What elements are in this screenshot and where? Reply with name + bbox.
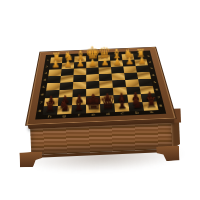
chess-set-photo: hgfedcba hgfedcba 12345678 12345678 ♜♞♝♚… — [0, 0, 200, 200]
amber-pawn-piece: ♟ — [125, 56, 134, 66]
square-d8: ♛ — [100, 103, 115, 112]
dark-knight-piece: ♞ — [130, 96, 144, 111]
square-c2: ♟ — [110, 60, 123, 67]
amber-pawn-piece: ♟ — [88, 58, 97, 68]
amber-pawn-piece: ♟ — [51, 59, 60, 69]
board-squares: ♜♞♝♚♛♝♞♜♟♟♟♟♟♟♟♟♟♟♟♟♟♟♟♟♜♞♝♚♛♝♞♜ — [43, 53, 159, 115]
dark-queen-piece: ♛ — [99, 93, 116, 111]
coord-label: f — [71, 113, 86, 118]
chess-set: hgfedcba hgfedcba 12345678 12345678 ♜♞♝♚… — [0, 0, 200, 200]
amber-pawn-piece: ♟ — [63, 59, 72, 69]
square-b4 — [124, 72, 138, 79]
coord-label: d — [101, 112, 116, 117]
dark-rook-piece: ♜ — [145, 96, 158, 110]
coord-label: g — [57, 114, 72, 119]
coord-label: c — [115, 111, 130, 116]
square-e2: ♟ — [86, 61, 98, 68]
coord-label: h — [42, 114, 57, 119]
dark-knight-piece: ♞ — [57, 99, 71, 114]
dark-bishop-piece: ♝ — [115, 95, 130, 111]
amber-pawn-piece: ♟ — [100, 57, 109, 67]
amber-pawn-piece: ♟ — [112, 57, 121, 67]
square-h8: ♜ — [43, 106, 58, 115]
coordinate-border: hgfedcba hgfedcba 12345678 12345678 ♜♞♝♚… — [35, 50, 166, 119]
amber-pawn-piece: ♟ — [75, 58, 84, 68]
square-g2: ♟ — [62, 62, 75, 69]
coord-label: a — [144, 110, 159, 115]
square-d2: ♟ — [98, 61, 111, 68]
chess-board: hgfedcba hgfedcba 12345678 12345678 ♜♞♝♚… — [26, 47, 175, 125]
dark-rook-piece: ♜ — [43, 101, 56, 115]
coord-label: e — [86, 113, 101, 118]
amber-pawn-piece: ♟ — [137, 56, 146, 66]
square-b5 — [125, 79, 139, 87]
wood-frame: hgfedcba hgfedcba 12345678 12345678 ♜♞♝♚… — [26, 47, 175, 125]
square-g8: ♞ — [57, 105, 72, 114]
board-scene: hgfedcba hgfedcba 12345678 12345678 ♜♞♝♚… — [31, 13, 167, 149]
square-a8: ♜ — [142, 102, 158, 111]
square-e8: ♚ — [86, 104, 100, 113]
coord-label: b — [130, 111, 145, 116]
square-g4 — [60, 75, 73, 82]
square-f2: ♟ — [74, 62, 86, 69]
square-a4 — [137, 72, 151, 79]
square-b8: ♞ — [128, 102, 144, 111]
square-c8: ♝ — [114, 103, 129, 112]
